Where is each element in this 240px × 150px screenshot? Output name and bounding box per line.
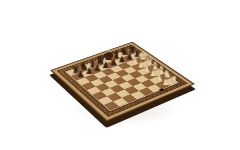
piece-white-king: ♚ [135,50,150,62]
square [110,85,124,93]
piece-white-rook: ♜ [166,75,182,84]
piece-white-queen: ♛ [141,55,156,66]
chess-board: ♜♞♝♛♚♝♞♜♟♟♟♟♟♟♟♟♟♚♟♛♟♝♟♝♟♞♟♜ [50,42,195,122]
piece-black-king: ♚ [101,51,116,63]
square: ♛ [139,61,152,68]
square [104,101,119,110]
board-frame: ♜♞♝♛♚♝♞♜♟♟♟♟♟♟♟♟♟♚♟♛♟♝♟♝♟♞♟♜ [50,42,195,122]
square [121,74,135,82]
perspective-stage: ♜♞♝♛♚♝♞♜♟♟♟♟♟♟♟♟♟♚♟♛♟♝♟♝♟♞♟♜ [0,0,240,150]
piece-white-knight: ♞ [159,69,175,79]
square [130,91,145,99]
piece-black-pawn: ♟ [73,71,89,79]
scene: ♜♞♝♛♚♝♞♜♟♟♟♟♟♟♟♟♟♚♟♛♟♝♟♝♟♞♟♜ [0,0,240,150]
